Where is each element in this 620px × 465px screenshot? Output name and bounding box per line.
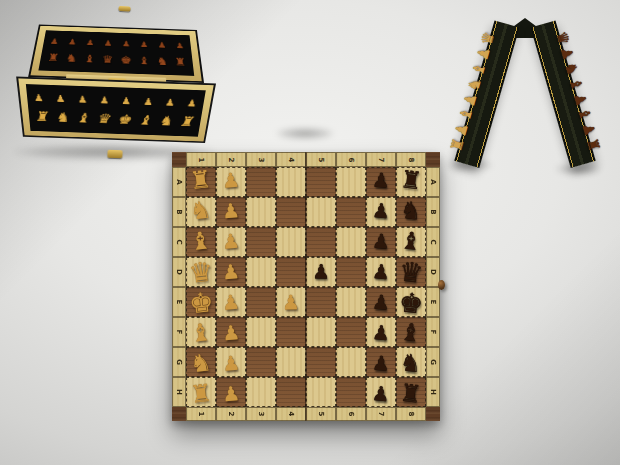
open-case: ♟♟♟♟♟♟♟♟ ♜♞♝♛♚♝♞♜ ♟♟♟♟♟♟♟♟ ♜♞♝♛♚♝♞♜ xyxy=(5,0,226,163)
square-c2: ♟ xyxy=(216,227,246,257)
dark-king: ♚ xyxy=(120,55,131,66)
light-bishop: ♝ xyxy=(75,112,92,125)
case-lid: ♟♟♟♟♟♟♟♟ ♜♞♝♛♚♝♞♜ xyxy=(28,24,204,83)
square-b3 xyxy=(246,197,276,227)
square-h1: ♜ xyxy=(186,377,216,407)
rank-label-text: 5 xyxy=(317,412,325,417)
white-knight: ♞ xyxy=(189,198,213,224)
black-queen: ♛ xyxy=(398,257,425,286)
square-b8: ♞ xyxy=(396,197,426,227)
square-a2: ♟ xyxy=(216,167,246,197)
rank-label-3: 3 xyxy=(246,152,276,167)
square-g1: ♞ xyxy=(186,347,216,377)
rank-label-4: 4 xyxy=(276,152,306,167)
rank-label-text: 1 xyxy=(197,412,205,417)
light-queen: ♛ xyxy=(96,113,113,126)
file-label-A: A xyxy=(426,167,440,197)
file-label-text: F xyxy=(175,330,183,335)
square-f5 xyxy=(306,317,336,347)
square-e1: ♚ xyxy=(186,287,216,317)
file-label-text: G xyxy=(175,359,183,365)
white-pawn: ♟ xyxy=(282,292,300,312)
rank-label-7: 7 xyxy=(366,407,396,421)
dark-pawn: ♟ xyxy=(86,39,95,47)
dark-pawn: ♟ xyxy=(122,40,130,48)
white-pawn: ♟ xyxy=(221,231,240,252)
black-bishop: ♝ xyxy=(399,228,423,254)
dark-pawn: ♟ xyxy=(581,122,597,138)
light-knight: ♞ xyxy=(467,76,483,92)
rank-label-text: 8 xyxy=(407,157,415,162)
square-f4 xyxy=(276,317,306,347)
light-pawn: ♟ xyxy=(121,96,131,106)
dark-rook: ♜ xyxy=(174,57,186,68)
file-label-B: B xyxy=(172,197,186,227)
square-f1: ♝ xyxy=(186,317,216,347)
square-b2: ♟ xyxy=(216,197,246,227)
square-d6 xyxy=(336,257,366,287)
file-label-text: D xyxy=(429,269,437,275)
white-pawn: ♟ xyxy=(221,170,240,191)
rank-label-text: 3 xyxy=(257,412,265,417)
square-f6 xyxy=(336,317,366,347)
dark-pawn: ♟ xyxy=(50,37,60,45)
case-lid-felt: ♟♟♟♟♟♟♟♟ ♜♞♝♛♚♝♞♜ xyxy=(38,30,194,76)
light-pawn: ♟ xyxy=(143,97,153,107)
square-b6 xyxy=(336,197,366,227)
rank-label-text: 6 xyxy=(347,412,355,417)
dark-pawn: ♟ xyxy=(176,42,185,50)
light-pawn: ♟ xyxy=(462,91,478,107)
file-label-text: D xyxy=(175,269,183,275)
square-d1: ♛ xyxy=(186,257,216,287)
square-f7: ♟ xyxy=(366,317,396,347)
square-e7: ♟ xyxy=(366,287,396,317)
square-g5 xyxy=(306,347,336,377)
rank-label-text: 2 xyxy=(227,157,235,162)
square-f3 xyxy=(246,317,276,347)
rank-label-1: 1 xyxy=(186,152,216,167)
black-knight: ♞ xyxy=(399,198,423,224)
dark-bishop: ♝ xyxy=(576,106,592,122)
rank-label-5: 5 xyxy=(306,152,336,167)
file-label-text: B xyxy=(175,209,183,214)
black-pawn: ♟ xyxy=(371,170,390,191)
light-rook: ♜ xyxy=(34,111,50,124)
case-lid-frame: ♟♟♟♟♟♟♟♟ ♜♞♝♛♚♝♞♜ xyxy=(30,26,201,81)
file-label-text: H xyxy=(429,389,437,395)
dark-queen: ♛ xyxy=(554,30,570,46)
square-e2: ♟ xyxy=(216,287,246,317)
white-knight: ♞ xyxy=(189,350,213,376)
square-a3 xyxy=(246,167,276,197)
square-e4: ♟ xyxy=(276,287,306,317)
rank-label-8: 8 xyxy=(396,152,426,167)
black-pawn: ♟ xyxy=(312,262,330,282)
black-bishop: ♝ xyxy=(399,320,423,346)
file-label-G: G xyxy=(172,347,186,377)
light-rook: ♜ xyxy=(177,116,196,129)
file-label-C: C xyxy=(172,227,186,257)
rank-label-text: 1 xyxy=(197,157,205,162)
square-c3 xyxy=(246,227,276,257)
square-d7: ♟ xyxy=(366,257,396,287)
rank-label-4: 4 xyxy=(276,407,306,421)
light-king: ♚ xyxy=(116,113,134,126)
black-rook: ♜ xyxy=(399,167,423,193)
square-a5 xyxy=(306,167,336,197)
square-g6 xyxy=(336,347,366,377)
square-h3 xyxy=(246,377,276,407)
rank-label-text: 4 xyxy=(287,157,295,162)
rank-label-2: 2 xyxy=(216,407,246,421)
rank-label-text: 3 xyxy=(257,157,265,162)
light-pawn: ♟ xyxy=(34,93,44,103)
rank-label-5: 5 xyxy=(306,407,336,421)
square-c8: ♝ xyxy=(396,227,426,257)
case-base-frame: ♟♟♟♟♟♟♟♟ ♜♞♝♛♚♝♞♜ xyxy=(18,78,213,141)
black-pawn: ♟ xyxy=(371,322,390,343)
product-photo: ♟♟♟♟♟♟♟♟ ♜♞♝♛♚♝♞♜ ♟♟♟♟♟♟♟♟ ♜♞♝♛♚♝♞♜ xyxy=(0,0,620,465)
white-pawn: ♟ xyxy=(221,292,240,313)
square-c1: ♝ xyxy=(186,227,216,257)
file-label-G: G xyxy=(426,347,440,377)
case-light-back-row: ♜♞♝♛♚♝♞♜ xyxy=(28,110,201,129)
dark-pawn: ♟ xyxy=(572,91,588,107)
light-bishop: ♝ xyxy=(471,61,487,77)
file-label-H: H xyxy=(426,377,440,407)
square-h6 xyxy=(336,377,366,407)
square-e8: ♚ xyxy=(396,287,426,317)
rank-label-3: 3 xyxy=(246,407,276,421)
rank-label-1: 1 xyxy=(186,407,216,421)
white-bishop: ♝ xyxy=(189,320,213,346)
light-pawn: ♟ xyxy=(454,122,470,138)
square-e6 xyxy=(336,287,366,317)
file-label-text: G xyxy=(429,359,437,365)
file-label-text: E xyxy=(175,300,183,305)
white-pawn: ♟ xyxy=(221,383,240,404)
case-dark-back-row: ♜♞♝♛♚♝♞♜ xyxy=(40,52,193,68)
rank-label-text: 5 xyxy=(317,157,325,162)
square-h2: ♟ xyxy=(216,377,246,407)
case-dark-pawn-row: ♟♟♟♟♟♟♟♟ xyxy=(43,37,191,50)
light-knight: ♞ xyxy=(55,111,72,124)
file-label-text: F xyxy=(429,330,437,335)
case-base-felt: ♟♟♟♟♟♟♟♟ ♜♞♝♛♚♝♞♜ xyxy=(26,84,206,137)
square-h8: ♜ xyxy=(396,377,426,407)
standing-kings xyxy=(272,62,338,142)
square-a1: ♜ xyxy=(186,167,216,197)
light-bishop: ♝ xyxy=(458,106,474,122)
square-d4 xyxy=(276,257,306,287)
white-pawn: ♟ xyxy=(221,200,240,221)
dark-pawn: ♟ xyxy=(559,45,575,61)
black-king: ♚ xyxy=(397,288,424,317)
square-b1: ♞ xyxy=(186,197,216,227)
square-g8: ♞ xyxy=(396,347,426,377)
dark-knight: ♞ xyxy=(563,61,579,77)
dark-pawn: ♟ xyxy=(104,39,113,47)
rank-label-text: 4 xyxy=(287,412,295,417)
file-label-H: H xyxy=(172,377,186,407)
folded-board-tent: ♛♟♝♞♟♝♟♜ ♛♟♞♝♟♝♟♜ xyxy=(436,10,616,178)
light-pawn: ♟ xyxy=(475,45,491,61)
square-a8: ♜ xyxy=(396,167,426,197)
file-label-B: B xyxy=(426,197,440,227)
rank-label-text: 8 xyxy=(407,412,415,417)
rank-label-text: 2 xyxy=(227,412,235,417)
dark-queen: ♛ xyxy=(102,54,114,65)
board-corner xyxy=(172,407,186,421)
rank-label-text: 6 xyxy=(347,157,355,162)
white-pawn: ♟ xyxy=(221,261,240,282)
file-label-text: C xyxy=(175,239,183,244)
file-label-text: H xyxy=(175,389,183,395)
board-latch-knob-icon xyxy=(438,280,445,290)
light-pawn: ♟ xyxy=(186,98,197,108)
rank-label-8: 8 xyxy=(396,407,426,421)
case-hinge-knob-icon xyxy=(118,6,130,11)
case-light-pawn-row: ♟♟♟♟♟♟♟♟ xyxy=(27,93,205,109)
rank-label-2: 2 xyxy=(216,152,246,167)
rank-label-6: 6 xyxy=(336,407,366,421)
black-pawn: ♟ xyxy=(371,292,390,313)
black-knight: ♞ xyxy=(399,350,423,376)
file-label-A: A xyxy=(172,167,186,197)
board-fold-seam xyxy=(305,152,307,421)
square-e3 xyxy=(246,287,276,317)
square-a7: ♟ xyxy=(366,167,396,197)
square-g4 xyxy=(276,347,306,377)
square-b5 xyxy=(306,197,336,227)
square-h7: ♟ xyxy=(366,377,396,407)
square-d3 xyxy=(246,257,276,287)
file-label-text: B xyxy=(429,209,437,214)
dark-bishop: ♝ xyxy=(83,54,95,65)
square-d8: ♛ xyxy=(396,257,426,287)
black-pawn: ♟ xyxy=(371,353,390,374)
file-label-text: E xyxy=(429,300,437,305)
dark-knight: ♞ xyxy=(156,56,168,67)
square-b4 xyxy=(276,197,306,227)
case-clasp-icon xyxy=(107,150,122,159)
light-pawn: ♟ xyxy=(78,94,88,104)
black-pawn: ♟ xyxy=(371,261,390,282)
case-base: ♟♟♟♟♟♟♟♟ ♜♞♝♛♚♝♞♜ xyxy=(16,77,216,144)
rank-label-6: 6 xyxy=(336,152,366,167)
chess-board: 12345678A♜♟♟♜AB♞♟♟♞BC♝♟♟♝CD♛♟♟♟♛DE♚♟♟♟♚E… xyxy=(172,152,440,421)
square-f8: ♝ xyxy=(396,317,426,347)
file-label-text: C xyxy=(429,239,437,244)
file-label-E: E xyxy=(426,287,440,317)
file-label-C: C xyxy=(426,227,440,257)
black-pawn: ♟ xyxy=(371,200,390,221)
light-pawn: ♟ xyxy=(56,94,66,104)
black-pawn: ♟ xyxy=(371,231,390,252)
square-a4 xyxy=(276,167,306,197)
board-corner xyxy=(172,152,186,167)
light-pawn: ♟ xyxy=(100,95,110,105)
square-g3 xyxy=(246,347,276,377)
white-pawn: ♟ xyxy=(221,322,240,343)
square-c6 xyxy=(336,227,366,257)
square-g2: ♟ xyxy=(216,347,246,377)
square-c4 xyxy=(276,227,306,257)
file-label-E: E xyxy=(172,287,186,317)
file-label-F: F xyxy=(172,317,186,347)
light-rook: ♜ xyxy=(449,137,465,153)
dark-rook: ♜ xyxy=(47,52,60,63)
square-h5 xyxy=(306,377,336,407)
light-pawn: ♟ xyxy=(165,97,176,107)
dark-rook: ♜ xyxy=(585,137,601,153)
board-corner xyxy=(426,407,440,421)
dark-knight: ♞ xyxy=(65,53,78,64)
rank-label-7: 7 xyxy=(366,152,396,167)
dark-pawn: ♟ xyxy=(140,41,148,49)
black-pawn: ♟ xyxy=(371,383,390,404)
white-bishop: ♝ xyxy=(189,228,213,254)
square-c7: ♟ xyxy=(366,227,396,257)
board-corner xyxy=(426,152,440,167)
white-rook: ♜ xyxy=(189,167,213,193)
file-label-D: D xyxy=(172,257,186,287)
dark-bishop: ♝ xyxy=(138,55,149,66)
rank-label-text: 7 xyxy=(377,157,385,162)
square-h4 xyxy=(276,377,306,407)
light-queen: ♛ xyxy=(480,30,496,46)
white-king: ♚ xyxy=(188,288,215,317)
white-queen: ♛ xyxy=(187,257,214,286)
rank-label-text: 7 xyxy=(377,412,385,417)
dark-pawn: ♟ xyxy=(158,41,167,49)
file-label-text: A xyxy=(429,179,437,184)
square-c5 xyxy=(306,227,336,257)
square-g7: ♟ xyxy=(366,347,396,377)
white-pawn: ♟ xyxy=(221,353,240,374)
square-f2: ♟ xyxy=(216,317,246,347)
black-rook: ♜ xyxy=(399,381,423,407)
square-d2: ♟ xyxy=(216,257,246,287)
light-knight: ♞ xyxy=(157,115,176,128)
square-a6 xyxy=(336,167,366,197)
white-rook: ♜ xyxy=(189,381,213,407)
square-e5 xyxy=(306,287,336,317)
square-b7: ♟ xyxy=(366,197,396,227)
file-label-text: A xyxy=(175,179,183,184)
light-bishop: ♝ xyxy=(137,114,155,127)
dark-bishop: ♝ xyxy=(567,76,583,92)
square-d5: ♟ xyxy=(306,257,336,287)
dark-pawn: ♟ xyxy=(68,38,77,46)
file-label-F: F xyxy=(426,317,440,347)
